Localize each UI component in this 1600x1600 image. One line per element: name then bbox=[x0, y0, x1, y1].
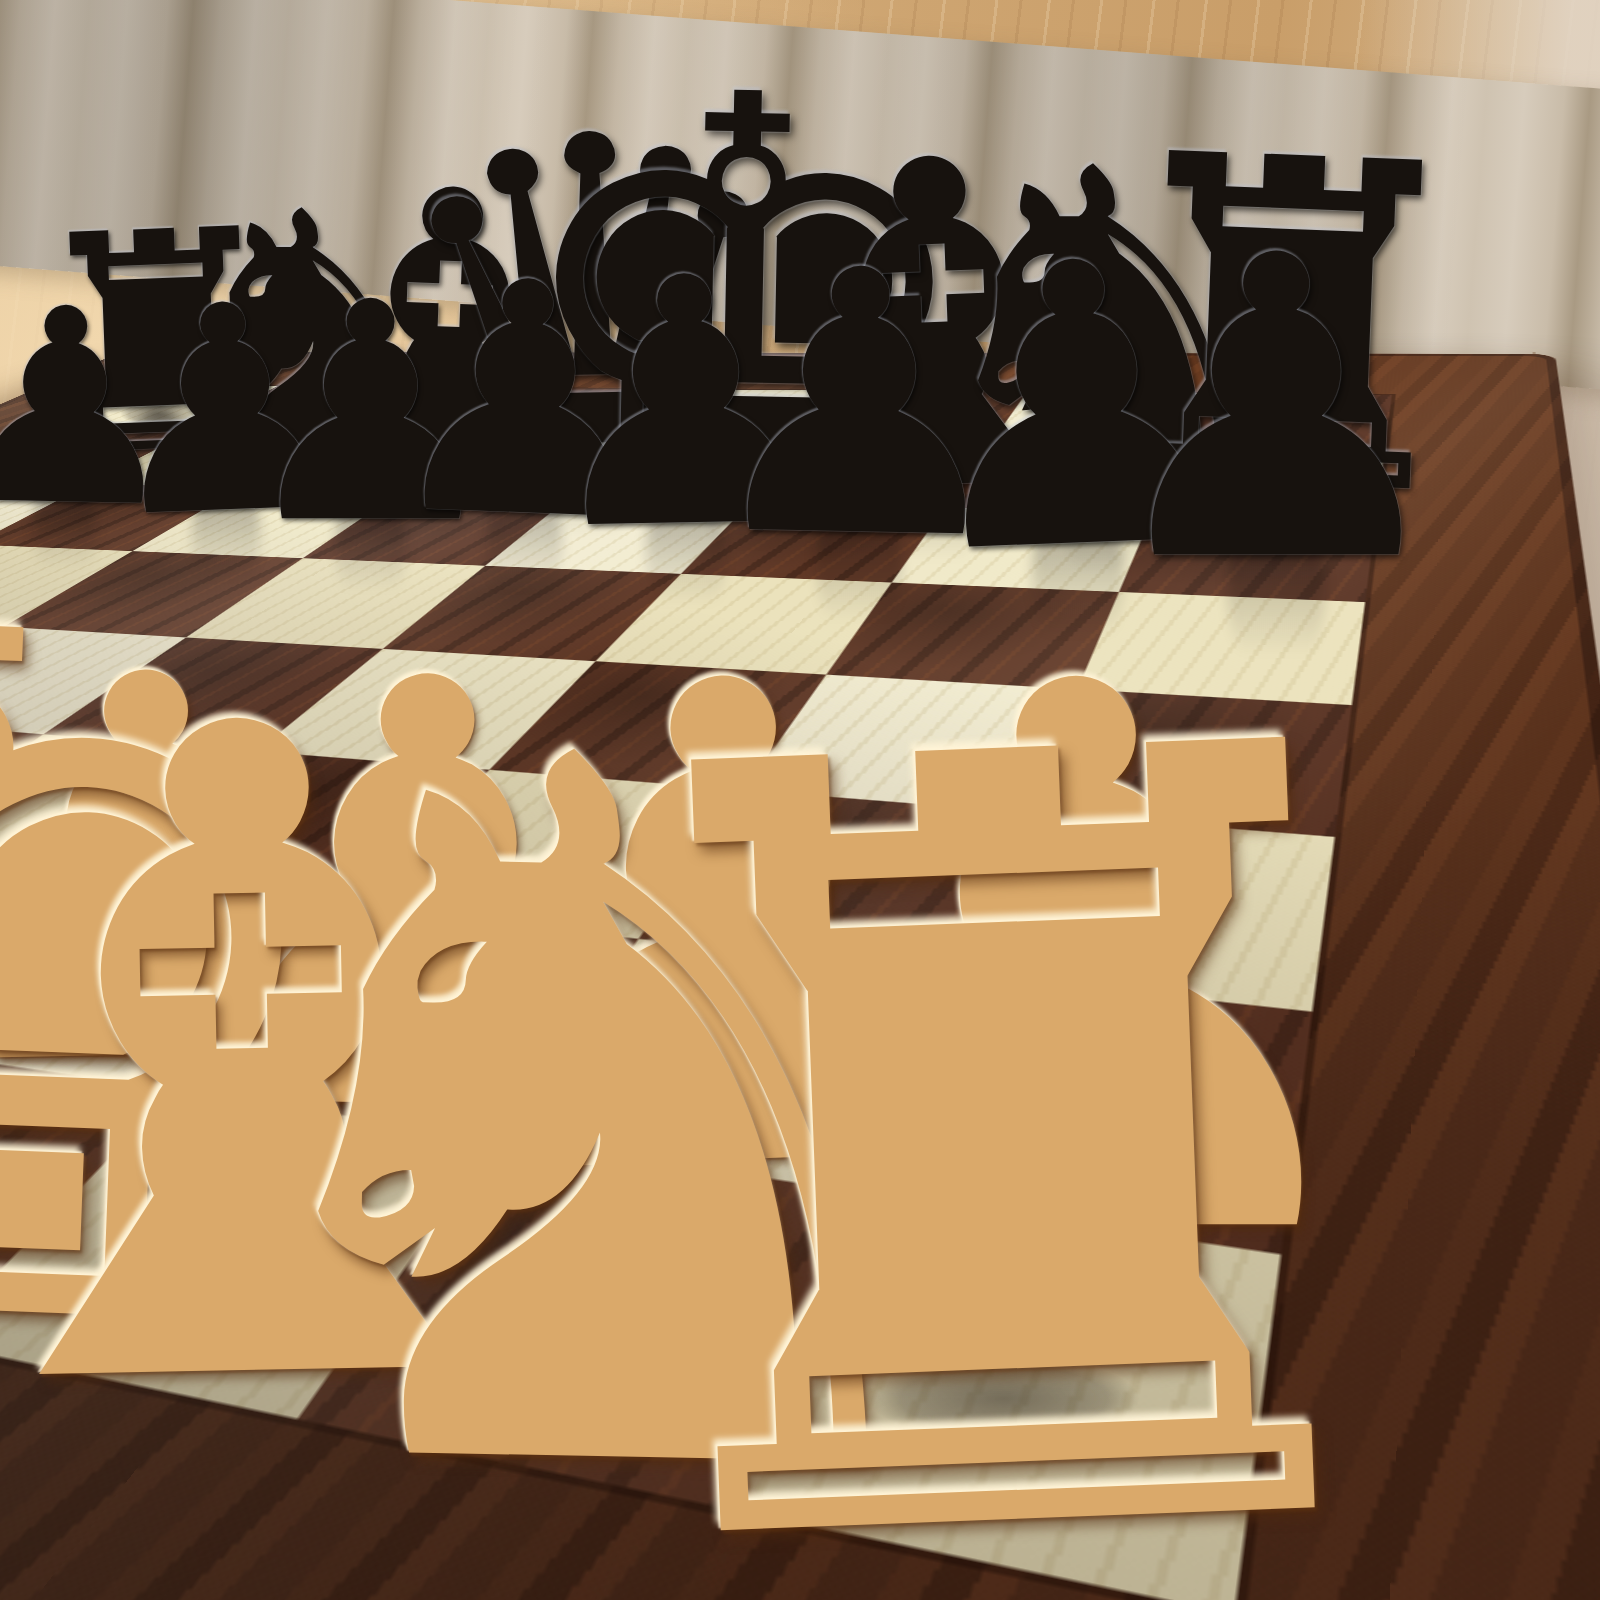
pieces-layer: ♜♞♝♛♚♝♞♜♟♟♟♟♟♟♟♟♟♟♟♟♟♟♟♟♜♞♝♛♚♝♞♜ bbox=[0, 0, 1600, 1600]
piece-white-rook-h1[interactable]: ♜ bbox=[456, 606, 1552, 1600]
chess-photo-scene: ♜♞♝♛♚♝♞♜♟♟♟♟♟♟♟♟♟♟♟♟♟♟♟♟♜♞♝♛♚♝♞♜ bbox=[0, 0, 1600, 1600]
